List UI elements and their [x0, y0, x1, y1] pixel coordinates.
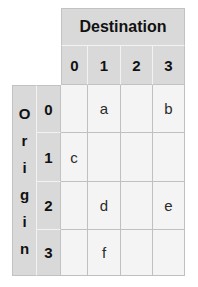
- row-header-1: 1: [37, 133, 61, 182]
- destination-axis-label: Destination: [61, 8, 185, 46]
- cell-0-3: b: [153, 85, 185, 133]
- origin-axis-label: O r i g i n: [12, 85, 37, 276]
- cell-1-0: c: [61, 133, 88, 182]
- origin-letter: r: [22, 127, 28, 154]
- origin-letter: n: [20, 235, 29, 262]
- origin-letter: O: [19, 100, 31, 127]
- col-header-3: 3: [153, 46, 185, 85]
- col-header-2: 2: [121, 46, 153, 85]
- cell-3-1: f: [88, 230, 121, 276]
- cell-2-0: [61, 182, 88, 230]
- cell-2-1: d: [88, 182, 121, 230]
- row-header-3: 3: [37, 230, 61, 276]
- cell-0-0: [61, 85, 88, 133]
- origin-letter: i: [22, 208, 26, 235]
- origin-letter: g: [20, 181, 29, 208]
- cell-1-2: [121, 133, 153, 182]
- cell-3-0: [61, 230, 88, 276]
- col-header-1: 1: [88, 46, 121, 85]
- cell-0-2: [121, 85, 153, 133]
- cell-3-3: [153, 230, 185, 276]
- origin-letter: i: [22, 154, 26, 181]
- col-header-0: 0: [61, 46, 88, 85]
- cell-3-2: [121, 230, 153, 276]
- cell-2-3: e: [153, 182, 185, 230]
- origin-destination-diagram: Destination 0 1 2 3 O r i g i n 0 1 2 3 …: [0, 0, 198, 287]
- origin-destination-matrix: Destination 0 1 2 3 O r i g i n 0 1 2 3 …: [12, 8, 185, 276]
- cell-1-1: [88, 133, 121, 182]
- row-header-2: 2: [37, 182, 61, 230]
- cell-2-2: [121, 182, 153, 230]
- cell-1-3: [153, 133, 185, 182]
- row-header-0: 0: [37, 85, 61, 133]
- cell-0-1: a: [88, 85, 121, 133]
